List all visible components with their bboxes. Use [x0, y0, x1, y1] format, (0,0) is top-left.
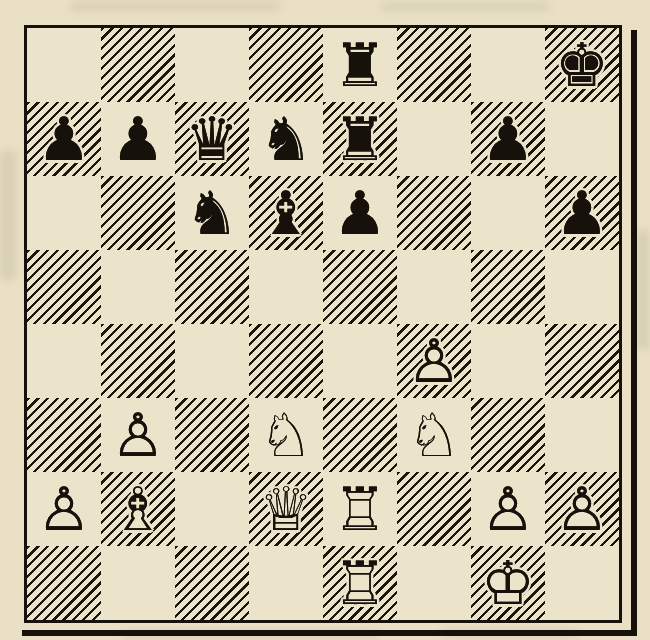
piece-white-pawn: ♟♙ — [397, 324, 471, 398]
piece-black-pawn: ♟♟ — [545, 176, 619, 250]
square-c5[interactable] — [175, 250, 249, 324]
square-e6[interactable]: ♟♟ — [323, 176, 397, 250]
piece-white-knight: ♞♘ — [397, 398, 471, 472]
chess-board: ♜♜♚♚♟♟♟♟♛♛♞♞♜♜♟♟♞♞♝♝♟♟♟♟♟♙♟♙♞♘♞♘♟♙♝♗♛♕♜♖… — [27, 28, 619, 620]
square-e5[interactable] — [323, 250, 397, 324]
square-e2[interactable]: ♜♖ — [323, 472, 397, 546]
black-pawn-icon: ♟ — [27, 102, 101, 176]
square-b2[interactable]: ♝♗ — [101, 472, 175, 546]
black-pawn-icon: ♟ — [323, 176, 397, 250]
white-knight-icon: ♘ — [249, 398, 323, 472]
square-h2[interactable]: ♟♙ — [545, 472, 619, 546]
black-knight-icon: ♞ — [249, 102, 323, 176]
square-c2[interactable] — [175, 472, 249, 546]
piece-white-rook: ♜♖ — [323, 472, 397, 546]
square-h5[interactable] — [545, 250, 619, 324]
square-g3[interactable] — [471, 398, 545, 472]
white-bishop-icon: ♗ — [101, 472, 175, 546]
square-c1[interactable] — [175, 546, 249, 620]
square-b3[interactable]: ♟♙ — [101, 398, 175, 472]
white-rook-icon: ♖ — [323, 472, 397, 546]
square-e4[interactable] — [323, 324, 397, 398]
white-pawn-icon: ♙ — [471, 472, 545, 546]
white-king-icon: ♔ — [471, 546, 545, 620]
square-h8[interactable]: ♚♚ — [545, 28, 619, 102]
square-g4[interactable] — [471, 324, 545, 398]
square-c6[interactable]: ♞♞ — [175, 176, 249, 250]
piece-black-pawn: ♟♟ — [471, 102, 545, 176]
square-a7[interactable]: ♟♟ — [27, 102, 101, 176]
square-e1[interactable]: ♜♖ — [323, 546, 397, 620]
square-d6[interactable]: ♝♝ — [249, 176, 323, 250]
square-c7[interactable]: ♛♛ — [175, 102, 249, 176]
piece-black-king: ♚♚ — [545, 28, 619, 102]
black-knight-icon: ♞ — [175, 176, 249, 250]
square-g6[interactable] — [471, 176, 545, 250]
piece-white-queen: ♛♕ — [249, 472, 323, 546]
black-pawn-icon: ♟ — [471, 102, 545, 176]
square-b1[interactable] — [101, 546, 175, 620]
black-bishop-icon: ♝ — [249, 176, 323, 250]
white-pawn-icon: ♙ — [101, 398, 175, 472]
white-pawn-icon: ♙ — [545, 472, 619, 546]
print-bleed-spot — [0, 150, 16, 280]
square-c3[interactable] — [175, 398, 249, 472]
black-rook-icon: ♜ — [323, 28, 397, 102]
square-f6[interactable] — [397, 176, 471, 250]
square-d5[interactable] — [249, 250, 323, 324]
square-g2[interactable]: ♟♙ — [471, 472, 545, 546]
black-king-icon: ♚ — [545, 28, 619, 102]
square-f8[interactable] — [397, 28, 471, 102]
black-rook-icon: ♜ — [323, 102, 397, 176]
square-c4[interactable] — [175, 324, 249, 398]
piece-black-pawn: ♟♟ — [27, 102, 101, 176]
square-b6[interactable] — [101, 176, 175, 250]
square-g8[interactable] — [471, 28, 545, 102]
square-d7[interactable]: ♞♞ — [249, 102, 323, 176]
frame-outer-rule-bottom — [22, 630, 637, 636]
square-h7[interactable] — [545, 102, 619, 176]
square-e7[interactable]: ♜♜ — [323, 102, 397, 176]
square-g1[interactable]: ♚♔ — [471, 546, 545, 620]
square-e8[interactable]: ♜♜ — [323, 28, 397, 102]
piece-black-knight: ♞♞ — [175, 176, 249, 250]
chess-board-frame: ♜♜♚♚♟♟♟♟♛♛♞♞♜♜♟♟♞♞♝♝♟♟♟♟♟♙♟♙♞♘♞♘♟♙♝♗♛♕♜♖… — [24, 25, 622, 623]
piece-white-pawn: ♟♙ — [101, 398, 175, 472]
frame-outer-rule-right — [631, 30, 637, 631]
black-pawn-icon: ♟ — [101, 102, 175, 176]
square-f2[interactable] — [397, 472, 471, 546]
piece-white-pawn: ♟♙ — [471, 472, 545, 546]
square-a2[interactable]: ♟♙ — [27, 472, 101, 546]
square-a6[interactable] — [27, 176, 101, 250]
piece-white-rook: ♜♖ — [323, 546, 397, 620]
square-d3[interactable]: ♞♘ — [249, 398, 323, 472]
white-rook-icon: ♖ — [323, 546, 397, 620]
piece-white-bishop: ♝♗ — [101, 472, 175, 546]
square-b5[interactable] — [101, 250, 175, 324]
black-queen-icon: ♛ — [175, 102, 249, 176]
print-bleed-spot — [636, 230, 650, 350]
square-f4[interactable]: ♟♙ — [397, 324, 471, 398]
square-f3[interactable]: ♞♘ — [397, 398, 471, 472]
square-e3[interactable] — [323, 398, 397, 472]
square-d8[interactable] — [249, 28, 323, 102]
white-knight-icon: ♘ — [397, 398, 471, 472]
piece-black-pawn: ♟♟ — [101, 102, 175, 176]
square-g7[interactable]: ♟♟ — [471, 102, 545, 176]
square-b7[interactable]: ♟♟ — [101, 102, 175, 176]
square-a4[interactable] — [27, 324, 101, 398]
piece-white-king: ♚♔ — [471, 546, 545, 620]
square-f5[interactable] — [397, 250, 471, 324]
square-h3[interactable] — [545, 398, 619, 472]
square-a8[interactable] — [27, 28, 101, 102]
square-h6[interactable]: ♟♟ — [545, 176, 619, 250]
square-a5[interactable] — [27, 250, 101, 324]
square-d4[interactable] — [249, 324, 323, 398]
white-pawn-icon: ♙ — [397, 324, 471, 398]
square-c8[interactable] — [175, 28, 249, 102]
square-f7[interactable] — [397, 102, 471, 176]
white-queen-icon: ♕ — [249, 472, 323, 546]
white-pawn-icon: ♙ — [27, 472, 101, 546]
square-a1[interactable] — [27, 546, 101, 620]
piece-black-pawn: ♟♟ — [323, 176, 397, 250]
piece-white-pawn: ♟♙ — [27, 472, 101, 546]
square-h4[interactable] — [545, 324, 619, 398]
piece-black-bishop: ♝♝ — [249, 176, 323, 250]
piece-black-knight: ♞♞ — [249, 102, 323, 176]
piece-white-pawn: ♟♙ — [545, 472, 619, 546]
piece-white-knight: ♞♘ — [249, 398, 323, 472]
piece-black-queen: ♛♛ — [175, 102, 249, 176]
print-bleed-spot — [380, 3, 550, 11]
square-d1[interactable] — [249, 546, 323, 620]
print-bleed-spot — [70, 2, 280, 11]
square-d2[interactable]: ♛♕ — [249, 472, 323, 546]
piece-black-rook: ♜♜ — [323, 28, 397, 102]
black-pawn-icon: ♟ — [545, 176, 619, 250]
square-f1[interactable] — [397, 546, 471, 620]
square-b8[interactable] — [101, 28, 175, 102]
square-h1[interactable] — [545, 546, 619, 620]
piece-black-rook: ♜♜ — [323, 102, 397, 176]
square-a3[interactable] — [27, 398, 101, 472]
square-b4[interactable] — [101, 324, 175, 398]
square-g5[interactable] — [471, 250, 545, 324]
